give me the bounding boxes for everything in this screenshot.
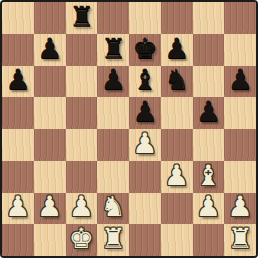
- square-h1[interactable]: ♜: [224, 224, 256, 256]
- square-e8[interactable]: [129, 2, 161, 34]
- piece-black-king[interactable]: ♚: [132, 35, 157, 63]
- square-b7[interactable]: ♟: [34, 34, 66, 66]
- square-h6[interactable]: ♟: [224, 66, 256, 98]
- piece-black-pawn[interactable]: ♟: [5, 66, 30, 94]
- piece-black-rook[interactable]: ♜: [69, 3, 94, 31]
- square-c8[interactable]: ♜: [66, 2, 98, 34]
- piece-black-bishop[interactable]: ♝: [132, 66, 157, 94]
- square-h2[interactable]: ♟: [224, 193, 256, 225]
- square-g5[interactable]: ♟: [193, 97, 225, 129]
- square-d1[interactable]: ♜: [97, 224, 129, 256]
- square-e4[interactable]: ♟: [129, 129, 161, 161]
- piece-white-king[interactable]: ♚: [69, 225, 94, 253]
- piece-white-pawn[interactable]: ♟: [37, 193, 62, 221]
- square-c4[interactable]: [66, 129, 98, 161]
- square-a5[interactable]: [2, 97, 34, 129]
- piece-white-bishop[interactable]: ♝: [196, 162, 221, 190]
- piece-white-pawn[interactable]: ♟: [69, 193, 94, 221]
- square-f8[interactable]: [161, 2, 193, 34]
- piece-white-pawn[interactable]: ♟: [228, 193, 253, 221]
- square-d4[interactable]: [97, 129, 129, 161]
- square-d5[interactable]: [97, 97, 129, 129]
- piece-white-pawn[interactable]: ♟: [164, 162, 189, 190]
- piece-white-pawn[interactable]: ♟: [196, 193, 221, 221]
- square-e5[interactable]: ♟: [129, 97, 161, 129]
- square-f7[interactable]: ♟: [161, 34, 193, 66]
- piece-black-pawn[interactable]: ♟: [37, 35, 62, 63]
- square-g3[interactable]: ♝: [193, 161, 225, 193]
- square-f6[interactable]: ♞: [161, 66, 193, 98]
- square-b6[interactable]: [34, 66, 66, 98]
- piece-white-rook[interactable]: ♜: [101, 225, 126, 253]
- square-f1[interactable]: [161, 224, 193, 256]
- square-f3[interactable]: ♟: [161, 161, 193, 193]
- square-b1[interactable]: [34, 224, 66, 256]
- piece-white-knight[interactable]: ♞: [101, 193, 126, 221]
- square-d7[interactable]: ♜: [97, 34, 129, 66]
- square-g4[interactable]: [193, 129, 225, 161]
- square-g2[interactable]: ♟: [193, 193, 225, 225]
- square-b4[interactable]: [34, 129, 66, 161]
- square-b8[interactable]: [34, 2, 66, 34]
- square-a3[interactable]: [2, 161, 34, 193]
- square-h8[interactable]: [224, 2, 256, 34]
- square-g6[interactable]: [193, 66, 225, 98]
- piece-white-rook[interactable]: ♜: [228, 225, 253, 253]
- square-a1[interactable]: [2, 224, 34, 256]
- square-d2[interactable]: ♞: [97, 193, 129, 225]
- square-a8[interactable]: [2, 2, 34, 34]
- piece-black-rook[interactable]: ♜: [101, 35, 126, 63]
- piece-black-pawn[interactable]: ♟: [132, 98, 157, 126]
- piece-black-knight[interactable]: ♞: [164, 66, 189, 94]
- square-g7[interactable]: [193, 34, 225, 66]
- piece-black-pawn[interactable]: ♟: [196, 98, 221, 126]
- square-d6[interactable]: ♟: [97, 66, 129, 98]
- square-e6[interactable]: ♝: [129, 66, 161, 98]
- square-e7[interactable]: ♚: [129, 34, 161, 66]
- square-c3[interactable]: [66, 161, 98, 193]
- square-a6[interactable]: ♟: [2, 66, 34, 98]
- square-f2[interactable]: [161, 193, 193, 225]
- square-d3[interactable]: [97, 161, 129, 193]
- square-b2[interactable]: ♟: [34, 193, 66, 225]
- square-h4[interactable]: [224, 129, 256, 161]
- square-c6[interactable]: [66, 66, 98, 98]
- square-e1[interactable]: [129, 224, 161, 256]
- square-c5[interactable]: [66, 97, 98, 129]
- piece-white-pawn[interactable]: ♟: [5, 193, 30, 221]
- piece-black-pawn[interactable]: ♟: [228, 66, 253, 94]
- chess-app: ♜♟♜♚♟♟♟♝♞♟♟♟♟♟♝♟♟♟♞♟♟♚♜♜: [0, 0, 258, 258]
- square-a4[interactable]: [2, 129, 34, 161]
- square-h5[interactable]: [224, 97, 256, 129]
- piece-black-pawn[interactable]: ♟: [164, 35, 189, 63]
- square-h7[interactable]: [224, 34, 256, 66]
- square-g1[interactable]: [193, 224, 225, 256]
- square-d8[interactable]: [97, 2, 129, 34]
- square-g8[interactable]: [193, 2, 225, 34]
- square-c1[interactable]: ♚: [66, 224, 98, 256]
- square-a2[interactable]: ♟: [2, 193, 34, 225]
- square-b3[interactable]: [34, 161, 66, 193]
- square-f4[interactable]: [161, 129, 193, 161]
- piece-white-pawn[interactable]: ♟: [132, 130, 157, 158]
- square-e3[interactable]: [129, 161, 161, 193]
- square-b5[interactable]: [34, 97, 66, 129]
- piece-black-pawn[interactable]: ♟: [101, 66, 126, 94]
- square-e2[interactable]: [129, 193, 161, 225]
- square-f5[interactable]: [161, 97, 193, 129]
- chess-board: ♜♟♜♚♟♟♟♝♞♟♟♟♟♟♝♟♟♟♞♟♟♚♜♜: [0, 0, 258, 258]
- square-c7[interactable]: [66, 34, 98, 66]
- square-c2[interactable]: ♟: [66, 193, 98, 225]
- square-h3[interactable]: [224, 161, 256, 193]
- square-a7[interactable]: [2, 34, 34, 66]
